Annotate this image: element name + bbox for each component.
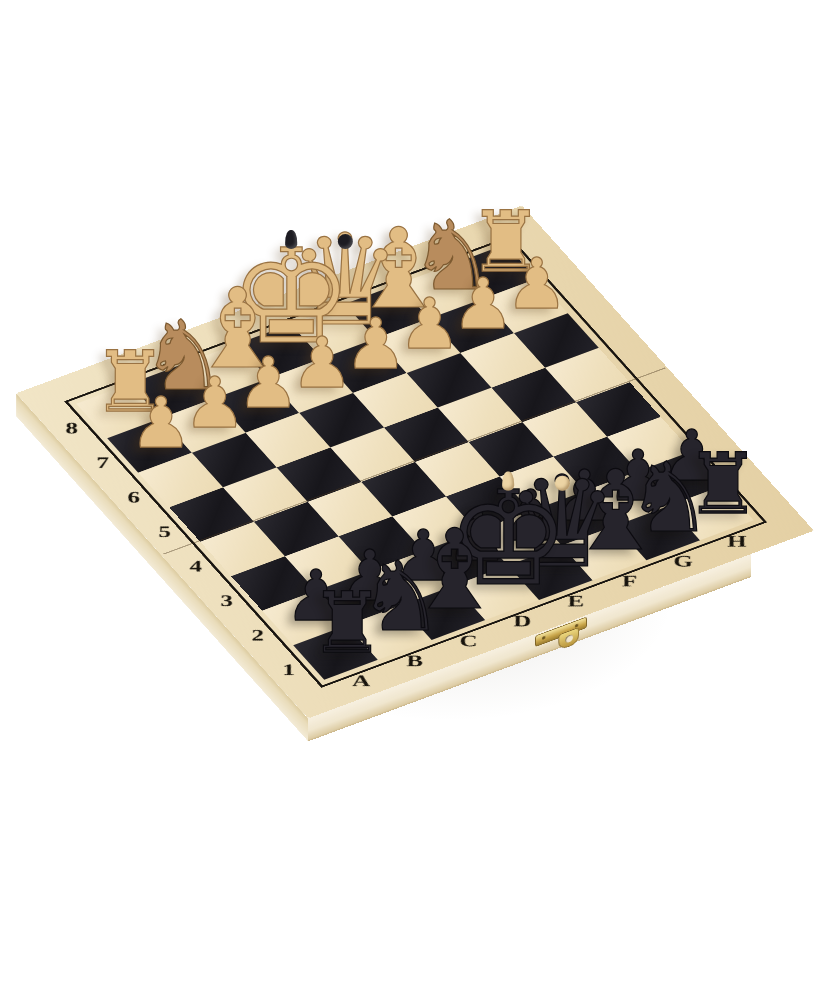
rank-label-5: 5: [147, 512, 183, 552]
square-a1[interactable]: ♜: [293, 625, 378, 679]
square-a7[interactable]: ♟: [107, 418, 192, 472]
rank-label-4: 4: [178, 546, 214, 586]
square-e5[interactable]: [384, 408, 469, 462]
rank-label-3: 3: [209, 581, 245, 621]
black-rook[interactable]: ♜: [272, 581, 422, 665]
latch-loop-hole: [565, 634, 573, 644]
latch-screws-icon: [542, 636, 545, 640]
king-tip-icon: [502, 472, 514, 491]
white-pawn[interactable]: ♟: [86, 388, 236, 458]
king-tip-icon: [285, 230, 297, 249]
rank-label-6: 6: [116, 477, 152, 517]
